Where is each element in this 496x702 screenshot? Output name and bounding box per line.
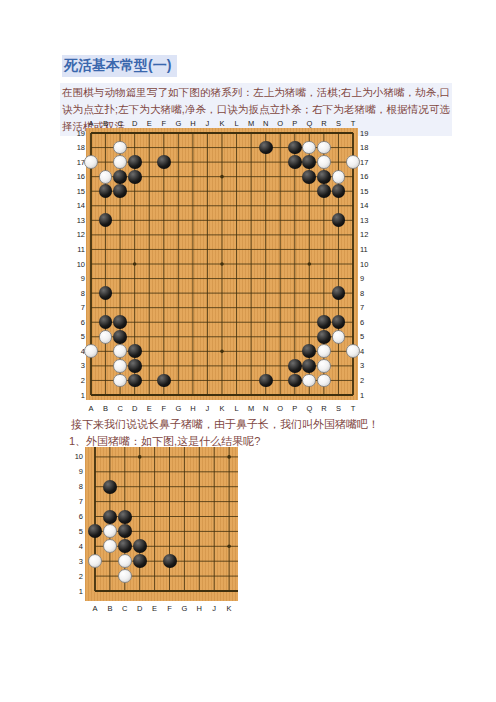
- col-label-top-T: T: [346, 119, 360, 128]
- row-label-right-6: 6: [360, 318, 364, 327]
- black-stone-D4: [133, 539, 147, 553]
- row-label-left-3: 3: [62, 557, 83, 566]
- black-stone-Q3: [302, 359, 316, 373]
- col-label-top-B: B: [99, 119, 113, 128]
- white-stone-R2: [317, 374, 331, 388]
- col-label-bottom-O: O: [273, 404, 287, 413]
- black-stone-D17: [128, 155, 142, 169]
- col-label-top-G: G: [171, 119, 185, 128]
- hoshi-point: [308, 262, 312, 266]
- row-label-left-15: 15: [76, 187, 85, 196]
- col-label-top-J: J: [200, 119, 214, 128]
- page-title[interactable]: 死活基本常型(一): [62, 55, 177, 77]
- white-stone-R4: [317, 344, 331, 358]
- col-label-top-H: H: [186, 119, 200, 128]
- black-stone-P18: [288, 141, 302, 155]
- col-label-top-S: S: [331, 119, 345, 128]
- black-stone-C4: [118, 539, 132, 553]
- black-stone-P3: [288, 359, 302, 373]
- col-label-bottom-J: J: [200, 404, 214, 413]
- col-label-top-C: C: [113, 119, 127, 128]
- hoshi-point: [133, 262, 137, 266]
- col-label-top-R: R: [317, 119, 331, 128]
- black-stone-C15: [113, 184, 127, 198]
- black-stone-C6: [113, 315, 127, 329]
- board-grid: [86, 128, 358, 400]
- row-label-left-18: 18: [76, 143, 85, 152]
- black-stone-C16: [113, 170, 127, 184]
- white-stone-C17: [113, 155, 127, 169]
- white-stone-R18: [317, 141, 331, 155]
- row-label-left-9: 9: [76, 274, 85, 283]
- col-label-bottom-T: T: [346, 404, 360, 413]
- black-stone-F2: [157, 374, 171, 388]
- row-label-right-10: 10: [360, 260, 368, 269]
- col-label-top-N: N: [259, 119, 273, 128]
- row-label-left-3: 3: [76, 361, 85, 370]
- col-label-top-F: F: [157, 119, 171, 128]
- hoshi-point: [227, 455, 231, 459]
- white-stone-S16: [332, 170, 346, 184]
- row-label-left-14: 14: [76, 201, 85, 210]
- col-label-bottom-E: E: [148, 604, 162, 613]
- white-stone-A4: [84, 344, 98, 358]
- hoshi-point: [220, 175, 224, 179]
- col-label-bottom-D: D: [128, 404, 142, 413]
- col-label-bottom-D: D: [133, 604, 147, 613]
- row-label-right-15: 15: [360, 187, 368, 196]
- black-stone-D3: [128, 359, 142, 373]
- white-stone-S5: [332, 330, 346, 344]
- row-label-left-6: 6: [76, 318, 85, 327]
- col-label-bottom-F: F: [157, 404, 171, 413]
- white-stone-C3: [118, 554, 132, 568]
- black-stone-R16: [317, 170, 331, 184]
- row-label-right-2: 2: [360, 376, 364, 385]
- white-stone-C2: [118, 569, 132, 583]
- col-label-bottom-J: J: [207, 604, 221, 613]
- hoshi-point: [220, 262, 224, 266]
- row-label-right-3: 3: [360, 361, 364, 370]
- col-label-bottom-Q: Q: [302, 404, 316, 413]
- black-stone-R15: [317, 184, 331, 198]
- col-label-bottom-H: H: [192, 604, 206, 613]
- white-stone-R3: [317, 359, 331, 373]
- row-label-right-12: 12: [360, 230, 368, 239]
- white-stone-B16: [99, 170, 113, 184]
- white-stone-T4: [346, 344, 360, 358]
- black-stone-P2: [288, 374, 302, 388]
- row-label-left-4: 4: [62, 542, 83, 551]
- row-label-left-1: 1: [76, 391, 85, 400]
- col-label-bottom-G: G: [177, 604, 191, 613]
- row-label-right-9: 9: [360, 274, 364, 283]
- row-label-right-17: 17: [360, 158, 368, 167]
- black-stone-D3: [133, 554, 147, 568]
- hoshi-point: [227, 545, 231, 549]
- black-stone-P17: [288, 155, 302, 169]
- col-label-bottom-B: B: [99, 404, 113, 413]
- black-stone-Q16: [302, 170, 316, 184]
- col-label-bottom-B: B: [103, 604, 117, 613]
- white-stone-R17: [317, 155, 331, 169]
- white-stone-B5: [99, 330, 113, 344]
- col-label-bottom-R: R: [317, 404, 331, 413]
- row-label-left-10: 10: [76, 260, 85, 269]
- row-label-right-1: 1: [360, 391, 364, 400]
- col-label-top-Q: Q: [302, 119, 316, 128]
- row-label-left-2: 2: [76, 376, 85, 385]
- row-label-left-12: 12: [76, 230, 85, 239]
- hoshi-point: [220, 350, 224, 354]
- col-label-bottom-N: N: [259, 404, 273, 413]
- row-label-left-16: 16: [76, 172, 85, 181]
- row-label-left-5: 5: [76, 332, 85, 341]
- row-label-left-13: 13: [76, 216, 85, 225]
- row-label-left-7: 7: [62, 497, 83, 506]
- black-stone-F3: [163, 554, 177, 568]
- col-label-top-K: K: [215, 119, 229, 128]
- col-label-top-A: A: [84, 119, 98, 128]
- col-label-bottom-H: H: [186, 404, 200, 413]
- row-label-left-9: 9: [62, 467, 83, 476]
- col-label-bottom-C: C: [113, 404, 127, 413]
- col-label-top-O: O: [273, 119, 287, 128]
- col-label-bottom-G: G: [171, 404, 185, 413]
- black-stone-R6: [317, 315, 331, 329]
- col-label-top-P: P: [288, 119, 302, 128]
- hoshi-point: [138, 455, 142, 459]
- row-label-left-8: 8: [62, 482, 83, 491]
- row-label-left-6: 6: [62, 512, 83, 521]
- main-go-board: AABBCCDDEEFFGGHHJJKKLLMMNNOOPPQQRRSSTT19…: [76, 118, 368, 414]
- white-stone-T17: [346, 155, 360, 169]
- row-label-left-5: 5: [62, 527, 83, 536]
- col-label-bottom-M: M: [244, 404, 258, 413]
- row-label-left-8: 8: [76, 289, 85, 298]
- row-label-right-4: 4: [360, 347, 364, 356]
- black-stone-D4: [128, 344, 142, 358]
- white-stone-C3: [113, 359, 127, 373]
- black-stone-D16: [128, 170, 142, 184]
- black-stone-F17: [157, 155, 171, 169]
- col-label-bottom-A: A: [88, 604, 102, 613]
- col-label-top-L: L: [230, 119, 244, 128]
- row-label-left-10: 10: [62, 452, 83, 461]
- col-label-bottom-L: L: [230, 404, 244, 413]
- row-label-right-16: 16: [360, 172, 368, 181]
- col-label-bottom-K: K: [215, 404, 229, 413]
- black-stone-B6: [103, 510, 117, 524]
- black-stone-C6: [118, 510, 132, 524]
- col-label-bottom-A: A: [84, 404, 98, 413]
- problem-go-board: ABCDEFGHJK10987654321: [62, 440, 258, 614]
- row-label-right-19: 19: [360, 129, 368, 138]
- row-label-right-18: 18: [360, 143, 368, 152]
- black-stone-N18: [259, 141, 273, 155]
- row-label-left-2: 2: [62, 572, 83, 581]
- col-label-bottom-E: E: [142, 404, 156, 413]
- black-stone-N2: [259, 374, 273, 388]
- black-stone-S8: [332, 286, 346, 300]
- row-label-right-5: 5: [360, 332, 364, 341]
- white-stone-A17: [84, 155, 98, 169]
- black-stone-C5: [113, 330, 127, 344]
- col-label-bottom-C: C: [118, 604, 132, 613]
- row-label-left-7: 7: [76, 303, 85, 312]
- row-label-right-14: 14: [360, 201, 368, 210]
- col-label-top-E: E: [142, 119, 156, 128]
- col-label-top-M: M: [244, 119, 258, 128]
- row-label-left-11: 11: [76, 245, 85, 254]
- white-stone-C2: [113, 374, 127, 388]
- black-stone-B8: [103, 480, 117, 494]
- col-label-top-D: D: [128, 119, 142, 128]
- black-stone-R5: [317, 330, 331, 344]
- row-label-right-7: 7: [360, 303, 364, 312]
- col-label-bottom-K: K: [222, 604, 236, 613]
- paragraph-long-nose: 接下来我们说说长鼻子猪嘴，由于鼻子长，我们叫外国猪嘴吧！: [62, 416, 379, 432]
- col-label-bottom-S: S: [331, 404, 345, 413]
- row-label-left-1: 1: [62, 587, 83, 596]
- row-label-right-8: 8: [360, 289, 364, 298]
- row-label-right-13: 13: [360, 216, 368, 225]
- row-label-right-11: 11: [360, 245, 368, 254]
- black-stone-D2: [128, 374, 142, 388]
- col-label-bottom-F: F: [163, 604, 177, 613]
- row-label-left-19: 19: [76, 129, 85, 138]
- board-wood-surface: [86, 128, 358, 400]
- col-label-bottom-P: P: [288, 404, 302, 413]
